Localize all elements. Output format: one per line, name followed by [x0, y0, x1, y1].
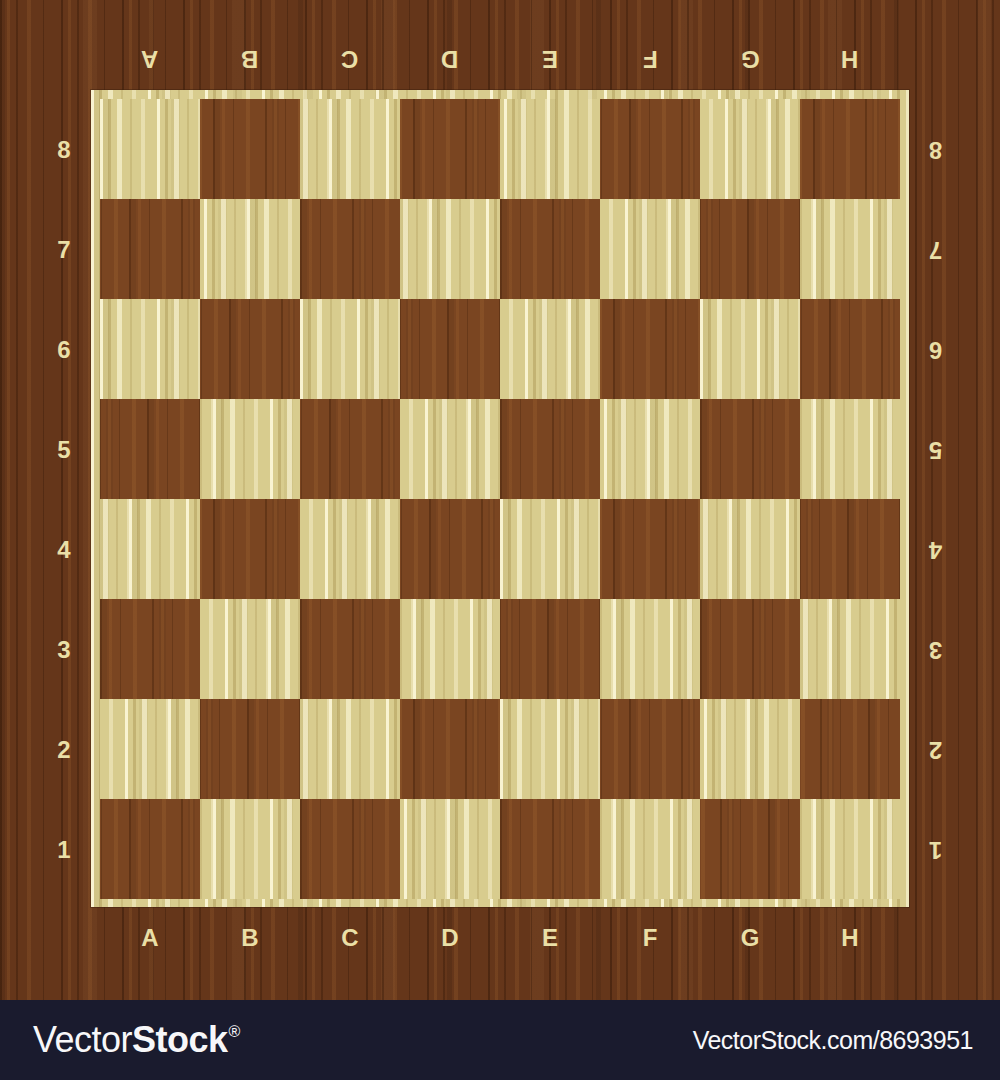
rank-label-right-text: 3: [929, 636, 942, 664]
file-label-top-text: E: [542, 45, 558, 73]
square-c1[interactable]: [300, 799, 400, 899]
rank-label-right-text: 5: [929, 436, 942, 464]
file-label-bottom-text: H: [841, 924, 858, 952]
stock-image-canvas: ABCDEFGH ABCDEFGH 87654321 87654321 Vect…: [0, 0, 1000, 1080]
square-b6[interactable]: [200, 299, 300, 399]
rank-label-left-text: 2: [57, 736, 70, 764]
square-d2[interactable]: [400, 699, 500, 799]
rank-label-right-3: 3: [912, 600, 960, 700]
square-f1[interactable]: [600, 799, 700, 899]
square-b7[interactable]: [200, 199, 300, 299]
square-a1[interactable]: [100, 799, 200, 899]
square-e1[interactable]: [500, 799, 600, 899]
file-label-bottom-text: F: [643, 924, 658, 952]
square-h4[interactable]: [800, 499, 900, 599]
rank-label-left-text: 6: [57, 336, 70, 364]
rank-label-right-text: 8: [929, 136, 942, 164]
file-label-top-h: H: [800, 42, 900, 76]
file-label-top-text: C: [341, 45, 358, 73]
rank-label-left-text: 1: [57, 836, 70, 864]
rank-label-left-6: 6: [40, 300, 88, 400]
file-label-bottom-text: B: [241, 924, 258, 952]
square-d4[interactable]: [400, 499, 500, 599]
chess-board: [91, 90, 909, 907]
square-g6[interactable]: [700, 299, 800, 399]
square-f6[interactable]: [600, 299, 700, 399]
rank-label-left-text: 5: [57, 436, 70, 464]
square-b8[interactable]: [200, 99, 300, 199]
square-g1[interactable]: [700, 799, 800, 899]
square-d6[interactable]: [400, 299, 500, 399]
square-h3[interactable]: [800, 599, 900, 699]
file-label-bottom-text: A: [141, 924, 158, 952]
watermark-bar: VectorStock® VectorStock.com/8693951: [0, 1000, 1000, 1080]
square-h8[interactable]: [800, 99, 900, 199]
file-label-bottom-c: C: [300, 921, 400, 955]
file-label-top-text: F: [643, 45, 658, 73]
square-c4[interactable]: [300, 499, 400, 599]
file-label-bottom-g: G: [700, 921, 800, 955]
file-label-top-text: A: [141, 45, 158, 73]
square-g4[interactable]: [700, 499, 800, 599]
file-label-bottom-h: H: [800, 921, 900, 955]
square-h2[interactable]: [800, 699, 900, 799]
square-g5[interactable]: [700, 399, 800, 499]
rank-label-right-text: 1: [929, 836, 942, 864]
square-b4[interactable]: [200, 499, 300, 599]
rank-label-left-4: 4: [40, 500, 88, 600]
square-a4[interactable]: [100, 499, 200, 599]
square-f7[interactable]: [600, 199, 700, 299]
square-h1[interactable]: [800, 799, 900, 899]
square-h7[interactable]: [800, 199, 900, 299]
rank-label-left-text: 4: [57, 536, 70, 564]
file-label-top-text: H: [841, 45, 858, 73]
rank-label-right-1: 1: [912, 800, 960, 900]
square-b3[interactable]: [200, 599, 300, 699]
file-label-bottom-text: G: [741, 924, 760, 952]
file-label-top-f: F: [600, 42, 700, 76]
square-d1[interactable]: [400, 799, 500, 899]
square-d8[interactable]: [400, 99, 500, 199]
file-label-top-e: E: [500, 42, 600, 76]
square-f5[interactable]: [600, 399, 700, 499]
rank-label-left-text: 8: [57, 136, 70, 164]
square-e6[interactable]: [500, 299, 600, 399]
square-b2[interactable]: [200, 699, 300, 799]
rank-label-left-1: 1: [40, 800, 88, 900]
file-label-bottom-e: E: [500, 921, 600, 955]
square-g2[interactable]: [700, 699, 800, 799]
file-label-bottom-b: B: [200, 921, 300, 955]
file-label-top-d: D: [400, 42, 500, 76]
rank-label-left-text: 7: [57, 236, 70, 264]
rank-label-right-8: 8: [912, 100, 960, 200]
brand-stock-text: Stock: [132, 1019, 228, 1060]
square-h5[interactable]: [800, 399, 900, 499]
rank-labels-left: 87654321: [40, 100, 88, 900]
rank-label-right-5: 5: [912, 400, 960, 500]
square-a5[interactable]: [100, 399, 200, 499]
square-c7[interactable]: [300, 199, 400, 299]
rank-label-right-6: 6: [912, 300, 960, 400]
square-g7[interactable]: [700, 199, 800, 299]
vectorstock-logo: VectorStock®: [33, 1019, 240, 1061]
rank-label-left-2: 2: [40, 700, 88, 800]
file-label-top-b: B: [200, 42, 300, 76]
file-label-bottom-text: D: [441, 924, 458, 952]
square-f2[interactable]: [600, 699, 700, 799]
square-f4[interactable]: [600, 499, 700, 599]
file-label-top-text: D: [441, 45, 458, 73]
rank-label-right-7: 7: [912, 200, 960, 300]
file-label-top-text: B: [241, 45, 258, 73]
watermark-image-ref: VectorStock.com/8693951: [693, 1026, 973, 1055]
square-e5[interactable]: [500, 399, 600, 499]
board-grid: [100, 99, 900, 899]
rank-label-right-2: 2: [912, 700, 960, 800]
square-b5[interactable]: [200, 399, 300, 499]
square-g3[interactable]: [700, 599, 800, 699]
square-h6[interactable]: [800, 299, 900, 399]
file-label-bottom-f: F: [600, 921, 700, 955]
file-label-bottom-a: A: [100, 921, 200, 955]
rank-label-right-text: 2: [929, 736, 942, 764]
brand-vector-text: Vector: [33, 1019, 132, 1060]
rank-label-left-7: 7: [40, 200, 88, 300]
square-d7[interactable]: [400, 199, 500, 299]
file-label-top-c: C: [300, 42, 400, 76]
square-a8[interactable]: [100, 99, 200, 199]
square-a6[interactable]: [100, 299, 200, 399]
file-label-bottom-d: D: [400, 921, 500, 955]
square-d3[interactable]: [400, 599, 500, 699]
square-e8[interactable]: [500, 99, 600, 199]
square-g8[interactable]: [700, 99, 800, 199]
file-label-top-text: G: [741, 45, 760, 73]
file-label-bottom-text: E: [542, 924, 558, 952]
square-e3[interactable]: [500, 599, 600, 699]
square-a2[interactable]: [100, 699, 200, 799]
square-c8[interactable]: [300, 99, 400, 199]
square-f8[interactable]: [600, 99, 700, 199]
rank-label-right-text: 6: [929, 336, 942, 364]
file-labels-top: ABCDEFGH: [100, 42, 900, 76]
rank-label-left-5: 5: [40, 400, 88, 500]
rank-label-left-text: 3: [57, 636, 70, 664]
square-a7[interactable]: [100, 199, 200, 299]
square-a3[interactable]: [100, 599, 200, 699]
square-c2[interactable]: [300, 699, 400, 799]
rank-label-left-3: 3: [40, 600, 88, 700]
square-b1[interactable]: [200, 799, 300, 899]
rank-label-left-8: 8: [40, 100, 88, 200]
file-label-top-g: G: [700, 42, 800, 76]
file-label-top-a: A: [100, 42, 200, 76]
square-e2[interactable]: [500, 699, 600, 799]
square-c3[interactable]: [300, 599, 400, 699]
rank-labels-right: 87654321: [912, 100, 960, 900]
square-c5[interactable]: [300, 399, 400, 499]
file-labels-bottom: ABCDEFGH: [100, 921, 900, 955]
square-e4[interactable]: [500, 499, 600, 599]
square-f3[interactable]: [600, 599, 700, 699]
square-d5[interactable]: [400, 399, 500, 499]
rank-label-right-text: 4: [929, 536, 942, 564]
square-c6[interactable]: [300, 299, 400, 399]
registered-mark: ®: [229, 1023, 240, 1040]
file-label-bottom-text: C: [341, 924, 358, 952]
rank-label-right-4: 4: [912, 500, 960, 600]
rank-label-right-text: 7: [929, 236, 942, 264]
square-e7[interactable]: [500, 199, 600, 299]
